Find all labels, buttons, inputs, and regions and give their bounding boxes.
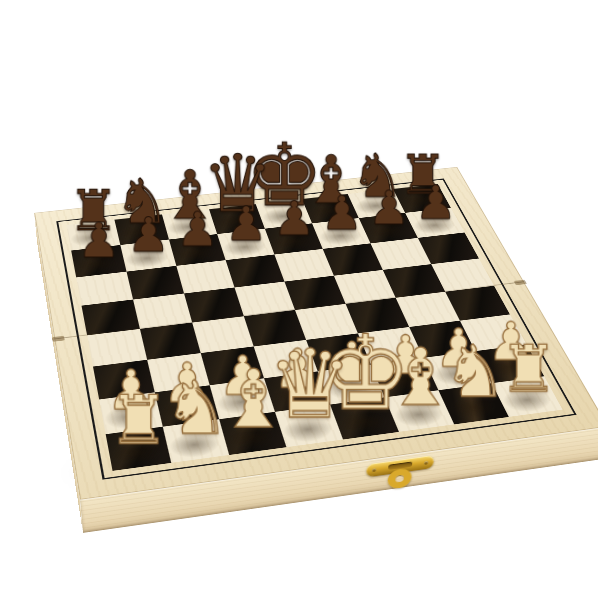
perspective-wrapper: ♜♞♝♛♚♝♞♜♟♟♟♟♟♟♟♟♟♟♟♟♟♟♟♟♜♞♝♛♚♝♞♜ (55, 70, 535, 550)
piece-contact-shadow (444, 392, 503, 422)
piece-contact-shadow (117, 221, 164, 243)
piece-black-queen-d8: ♛ (201, 82, 275, 221)
piece-contact-shadow (268, 380, 324, 410)
piece-contact-shadow (397, 190, 446, 211)
piece-contact-shadow (213, 387, 269, 417)
piece-contact-shadow (497, 385, 557, 415)
chess-board-box: ♜♞♝♛♚♝♞♜♟♟♟♟♟♟♟♟♟♟♟♟♟♟♟♟♜♞♝♛♚♝♞♜ (34, 167, 598, 500)
piece-black-rook-h8: ♜ (387, 64, 459, 200)
piece-contact-shadow (172, 241, 221, 264)
piece-contact-shadow (363, 220, 413, 242)
black-bishop-glyph: ♝ (302, 149, 361, 210)
piece-black-bishop-c8: ♝ (153, 87, 227, 226)
piece-black-knight-g8: ♞ (341, 68, 414, 205)
piece-black-knight-b8: ♞ (105, 91, 180, 231)
piece-contact-shadow (102, 402, 157, 433)
piece-contact-shadow (223, 422, 281, 454)
piece-contact-shadow (316, 225, 366, 248)
piece-contact-shadow (376, 367, 433, 396)
piece-contact-shadow (322, 373, 379, 402)
piece-black-bishop-f8: ♝ (295, 73, 368, 210)
black-bishop-glyph: ♝ (160, 164, 220, 225)
piece-contact-shadow (481, 353, 539, 381)
piece-contact-shadow (335, 407, 394, 438)
black-queen-glyph: ♛ (202, 147, 273, 220)
piece-contact-shadow (279, 414, 337, 445)
piece-contact-shadow (268, 230, 317, 253)
black-king-glyph: ♚ (246, 136, 323, 215)
piece-black-rook-a8: ♜ (56, 96, 131, 237)
piece-contact-shadow (165, 216, 213, 238)
piece-contact-shadow (389, 400, 448, 431)
piece-contact-shadow (409, 214, 459, 236)
clasp-latch-icon (361, 453, 438, 498)
piece-contact-shadow (158, 395, 214, 425)
piece-contact-shadow (166, 429, 223, 461)
piece-contact-shadow (212, 211, 260, 233)
piece-contact-shadow (220, 236, 269, 259)
chess-set-photo: ♜♞♝♛♚♝♞♜♟♟♟♟♟♟♟♟♟♟♟♟♟♟♟♟♜♞♝♛♚♝♞♜ (0, 0, 598, 598)
piece-contact-shadow (306, 200, 354, 221)
piece-contact-shadow (109, 437, 166, 469)
piece-contact-shadow (428, 360, 486, 389)
piece-contact-shadow (69, 226, 116, 249)
piece-black-king-e8: ♚ (248, 77, 322, 215)
